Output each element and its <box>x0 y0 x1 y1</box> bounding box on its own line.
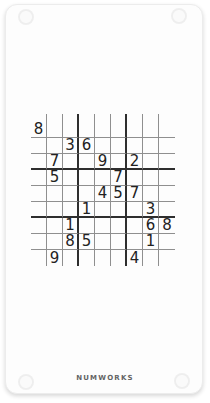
sudoku-cell[interactable] <box>111 138 127 154</box>
sudoku-cell[interactable] <box>111 122 127 138</box>
sudoku-cell[interactable] <box>31 154 47 170</box>
grid-line <box>125 114 127 122</box>
sudoku-cell[interactable] <box>111 234 127 250</box>
numworks-logo: NUMWORKS <box>0 374 210 382</box>
sudoku-cell[interactable]: 1 <box>79 202 95 218</box>
sudoku-cell[interactable] <box>47 218 63 234</box>
sudoku-cell[interactable] <box>143 154 159 170</box>
sudoku-cell[interactable] <box>63 250 79 266</box>
sudoku-cell[interactable] <box>127 234 143 250</box>
sudoku-cell[interactable] <box>63 170 79 186</box>
sudoku-cell[interactable]: 7 <box>127 186 143 202</box>
sudoku-cell[interactable] <box>143 170 159 186</box>
sudoku-cell[interactable] <box>159 122 175 138</box>
sudoku-cell[interactable] <box>79 154 95 170</box>
grid-line <box>62 114 63 122</box>
sudoku-cell[interactable]: 6 <box>79 138 95 154</box>
sudoku-cell[interactable] <box>95 218 111 234</box>
sudoku-cell[interactable]: 1 <box>143 234 159 250</box>
sudoku-cell[interactable]: 2 <box>127 154 143 170</box>
grid-line <box>46 114 47 122</box>
sudoku-cell[interactable]: 5 <box>47 170 63 186</box>
sudoku-cell[interactable] <box>63 154 79 170</box>
sudoku-cell[interactable] <box>31 186 47 202</box>
sudoku-cell[interactable]: 9 <box>95 154 111 170</box>
sudoku-board: 836792574571316885194 <box>31 122 175 266</box>
sudoku-cell[interactable] <box>127 218 143 234</box>
sudoku-cell[interactable] <box>47 202 63 218</box>
sudoku-cell[interactable]: 8 <box>31 122 47 138</box>
sudoku-cell[interactable] <box>159 186 175 202</box>
sudoku-cell[interactable] <box>143 250 159 266</box>
grid-line <box>142 114 143 122</box>
sudoku-cell[interactable]: 5 <box>79 234 95 250</box>
sudoku-cell[interactable] <box>95 202 111 218</box>
sudoku-cell[interactable] <box>143 138 159 154</box>
sudoku-cell[interactable] <box>31 138 47 154</box>
screw-top-left-icon <box>18 9 34 25</box>
sudoku-cell[interactable] <box>47 234 63 250</box>
sudoku-cell[interactable] <box>31 202 47 218</box>
page: 836792574571316885194 NUMWORKS <box>0 0 210 403</box>
sudoku-cell[interactable]: 4 <box>95 186 111 202</box>
sudoku-cell[interactable]: 3 <box>63 138 79 154</box>
sudoku-cell[interactable] <box>159 154 175 170</box>
grid-line-stubs <box>31 114 175 122</box>
sudoku-cell[interactable] <box>31 170 47 186</box>
sudoku-cell[interactable] <box>79 170 95 186</box>
sudoku-cell[interactable] <box>159 138 175 154</box>
sudoku-cell[interactable] <box>95 250 111 266</box>
sudoku-cell[interactable] <box>127 122 143 138</box>
sudoku-cell[interactable]: 8 <box>159 218 175 234</box>
sudoku-cell[interactable] <box>159 170 175 186</box>
sudoku-cell[interactable] <box>95 234 111 250</box>
sudoku-cell[interactable] <box>111 250 127 266</box>
sudoku-cell[interactable]: 4 <box>127 250 143 266</box>
sudoku-cell[interactable] <box>127 202 143 218</box>
grid-line <box>110 114 111 122</box>
sudoku-cell[interactable] <box>31 250 47 266</box>
sudoku-cell[interactable] <box>111 218 127 234</box>
sudoku-cell[interactable] <box>143 122 159 138</box>
sudoku-cell[interactable]: 5 <box>111 186 127 202</box>
sudoku-cell[interactable] <box>111 202 127 218</box>
grid-line <box>94 114 95 122</box>
sudoku-cell[interactable] <box>31 234 47 250</box>
grid-line <box>77 114 79 122</box>
sudoku-cell[interactable] <box>63 186 79 202</box>
screw-top-right-icon <box>171 8 187 24</box>
sudoku-cell[interactable] <box>47 122 63 138</box>
sudoku-cell[interactable] <box>47 186 63 202</box>
sudoku-cell[interactable]: 8 <box>63 234 79 250</box>
grid-line <box>158 114 159 122</box>
sudoku-cell[interactable] <box>159 234 175 250</box>
sudoku-cell[interactable]: 9 <box>47 250 63 266</box>
sudoku-cell[interactable] <box>31 218 47 234</box>
sudoku-cell[interactable] <box>79 250 95 266</box>
sudoku-cell[interactable] <box>159 250 175 266</box>
sudoku-cell[interactable] <box>95 122 111 138</box>
